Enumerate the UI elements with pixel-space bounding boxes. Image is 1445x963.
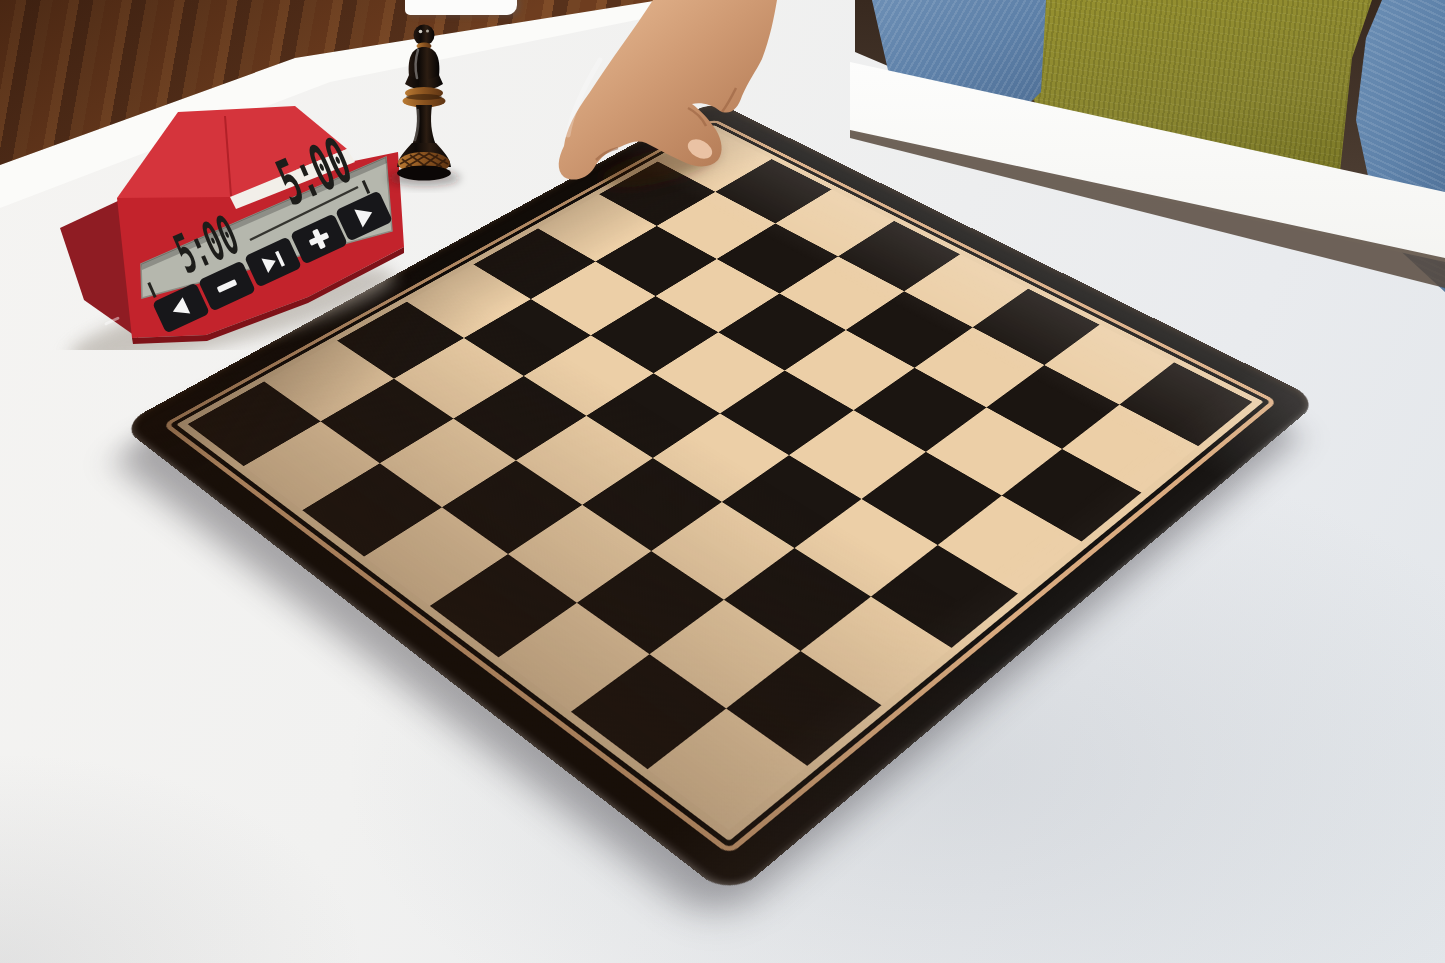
hand bbox=[530, 0, 810, 210]
white-box bbox=[405, 0, 517, 15]
black-queen-piece bbox=[372, 18, 476, 193]
queen-finial-ball bbox=[414, 25, 435, 46]
hand-arm-shape bbox=[559, 0, 777, 180]
queen-base-rim bbox=[397, 166, 451, 181]
chess-clock: 5:00 5:00 bbox=[40, 85, 420, 350]
